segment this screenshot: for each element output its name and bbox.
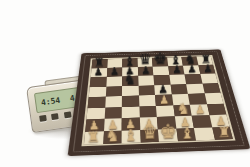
square-g5 (186, 83, 204, 94)
square-b1: ♞ (103, 130, 122, 144)
product-photo: 4:54 4:53 ♜♝♛♚♝♞♜♟♟♟♟♟♟♟♞♟♟♞♟♟♟♟♟♟♟♜♞♝♛♚… (0, 0, 250, 167)
clock-time-left: 4:54 (40, 95, 60, 107)
square-b4 (105, 96, 122, 107)
white-pawn: ♟ (85, 119, 104, 132)
white-pawn: ♟ (121, 118, 139, 131)
square-a6 (90, 77, 107, 87)
board-grid: ♜♝♛♚♝♞♜♟♟♟♟♟♟♟♞♟♟♞♟♟♟♟♟♟♟♜♞♝♛♚♝♜ (81, 55, 235, 146)
square-h3 (207, 103, 227, 115)
white-rook: ♜ (84, 129, 103, 144)
black-pawn: ♟ (155, 83, 172, 95)
square-f4 (171, 94, 189, 105)
white-rook: ♜ (214, 125, 233, 140)
square-d5 (138, 85, 155, 96)
black-rook: ♜ (91, 56, 107, 68)
square-h1: ♜ (212, 126, 233, 139)
square-c4 (122, 96, 139, 107)
square-d3 (139, 106, 157, 118)
square-e2 (157, 116, 176, 129)
square-h4 (204, 93, 223, 104)
white-knight: ♞ (102, 127, 121, 144)
square-c6: ♞ (122, 76, 138, 86)
square-h2: ♟ (209, 115, 229, 128)
square-c2: ♟ (122, 118, 140, 131)
black-rook: ♜ (198, 53, 213, 65)
square-b6 (106, 76, 122, 86)
black-queen: ♛ (137, 52, 153, 67)
square-d6 (138, 75, 154, 85)
square-f6 (169, 74, 186, 84)
white-pawn: ♟ (211, 114, 229, 127)
chess-board: ♜♝♛♚♝♞♜♟♟♟♟♟♟♟♞♟♟♞♟♟♟♟♟♟♟♜♞♝♛♚♝♜ (68, 49, 250, 156)
white-pawn: ♟ (103, 118, 122, 131)
black-pawn: ♟ (137, 65, 153, 76)
square-e4: ♟ (155, 94, 173, 105)
square-b3 (104, 107, 122, 119)
square-a5 (89, 86, 106, 97)
square-b2: ♟ (103, 118, 121, 131)
square-f5 (170, 84, 188, 95)
square-a2: ♟ (85, 119, 104, 132)
square-d1: ♛ (140, 129, 159, 143)
square-c3 (122, 106, 140, 118)
black-bishop: ♝ (122, 54, 138, 67)
clock-button-2 (51, 113, 59, 120)
square-e3 (156, 105, 174, 117)
white-pawn: ♟ (139, 117, 157, 130)
black-bishop: ♝ (167, 53, 182, 66)
square-a3 (86, 107, 104, 119)
square-a1: ♜ (84, 131, 104, 145)
square-h5 (202, 83, 221, 93)
square-d2: ♟ (139, 117, 158, 130)
black-pawn: ♟ (106, 66, 122, 77)
square-e1: ♚ (158, 128, 178, 141)
square-c1: ♝ (122, 130, 141, 144)
square-e5: ♟ (154, 84, 171, 95)
square-c7: ♟ (122, 67, 138, 77)
clock-button-1 (39, 114, 47, 121)
square-f3: ♞ (173, 105, 192, 117)
square-f1: ♝ (176, 128, 196, 141)
square-f2: ♟ (174, 116, 193, 129)
chess-board-scene: ♜♝♛♚♝♞♜♟♟♟♟♟♟♟♞♟♟♞♟♟♟♟♟♟♟♜♞♝♛♚♝♜ (60, 0, 250, 167)
square-c5 (122, 85, 139, 96)
black-king: ♚ (152, 50, 168, 66)
black-pawn: ♟ (200, 63, 216, 74)
white-pawn: ♟ (156, 94, 173, 106)
square-d4 (138, 95, 155, 106)
square-a4 (88, 97, 106, 108)
square-h6 (200, 73, 218, 83)
black-pawn: ♟ (122, 65, 138, 76)
square-b5 (105, 86, 122, 97)
black-pawn: ♟ (90, 66, 106, 77)
square-e6 (153, 75, 170, 85)
white-bishop: ♝ (177, 125, 196, 141)
